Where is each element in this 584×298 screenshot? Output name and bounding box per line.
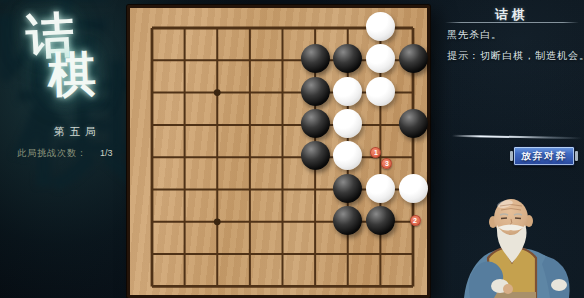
white-stone — [366, 44, 395, 73]
black-stone — [333, 174, 362, 203]
black-stone — [301, 44, 330, 73]
attempts-counter: 此局挑战次数：1/3 — [17, 147, 113, 160]
black-stone — [301, 77, 330, 106]
npc-portrait — [434, 192, 584, 298]
attempts-label: 此局挑战次数： — [17, 148, 87, 158]
round-label: 第五局 — [54, 125, 101, 139]
hint-text: 提示：切断白棋，制造机会。 — [447, 49, 584, 63]
black-stone — [333, 206, 362, 235]
black-stone — [366, 206, 395, 235]
panel-divider — [445, 22, 579, 23]
white-stone — [399, 174, 428, 203]
objective-text: 黑先杀白。 — [447, 28, 502, 42]
white-stone — [333, 109, 362, 138]
black-stone — [399, 109, 428, 138]
move-number-badge: 2 — [410, 215, 421, 226]
abandon-game-button[interactable]: 放弃对弈 — [513, 146, 575, 166]
black-stone — [301, 109, 330, 138]
white-stone — [333, 77, 362, 106]
title-calligraphy-char: 棋 — [47, 49, 97, 99]
white-stone — [366, 12, 395, 41]
black-stone — [301, 141, 330, 170]
black-stone — [399, 44, 428, 73]
attempts-value: 1/3 — [100, 148, 113, 158]
go-board[interactable]: 132 — [127, 5, 430, 298]
game-screen: 诘 棋 诘 棋 第五局 此局挑战次数：1/3 132 诘棋 黑先杀白。 提示：切… — [0, 0, 584, 298]
white-stone — [366, 77, 395, 106]
white-stone — [366, 174, 395, 203]
